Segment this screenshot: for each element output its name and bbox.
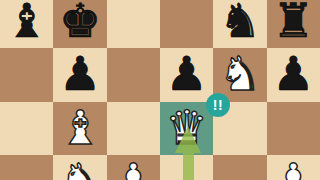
black-bishop[interactable]: ♝ [0,0,53,47]
white-pawn[interactable]: ♟ [107,154,160,180]
square-a5[interactable] [0,155,53,180]
chess-board: ♝♚♞♜♟♟♞♟♝♛♞♟♟ [0,0,320,180]
square-f5[interactable]: ♟ [267,155,320,180]
square-c6[interactable] [107,102,160,155]
square-b5[interactable]: ♞ [53,155,106,180]
white-pawn[interactable]: ♟ [267,154,320,180]
white-queen[interactable]: ♛ [160,101,213,154]
board-thumbnail: ♝♚♞♜♟♟♞♟♝♛♞♟♟ !! [0,0,320,180]
square-a8[interactable]: ♝ [0,0,53,48]
square-c7[interactable] [107,48,160,101]
black-pawn[interactable]: ♟ [160,47,213,100]
black-pawn[interactable]: ♟ [53,47,106,100]
square-d8[interactable] [160,0,213,48]
black-rook[interactable]: ♜ [267,0,320,47]
brilliant-glyph: !! [213,97,223,113]
square-d5[interactable] [160,155,213,180]
square-f7[interactable]: ♟ [267,48,320,101]
white-knight[interactable]: ♞ [53,154,106,180]
white-bishop[interactable]: ♝ [53,101,106,154]
square-e5[interactable] [213,155,266,180]
black-king[interactable]: ♚ [53,0,106,47]
square-b8[interactable]: ♚ [53,0,106,48]
square-e8[interactable]: ♞ [213,0,266,48]
square-f8[interactable]: ♜ [267,0,320,48]
square-d6[interactable]: ♛ [160,102,213,155]
square-c8[interactable] [107,0,160,48]
square-b7[interactable]: ♟ [53,48,106,101]
square-b6[interactable]: ♝ [53,102,106,155]
square-d7[interactable]: ♟ [160,48,213,101]
black-knight[interactable]: ♞ [213,0,266,47]
square-c5[interactable]: ♟ [107,155,160,180]
square-a7[interactable] [0,48,53,101]
square-f6[interactable] [267,102,320,155]
square-a6[interactable] [0,102,53,155]
brilliant-move-badge: !! [206,93,230,117]
black-pawn[interactable]: ♟ [267,47,320,100]
